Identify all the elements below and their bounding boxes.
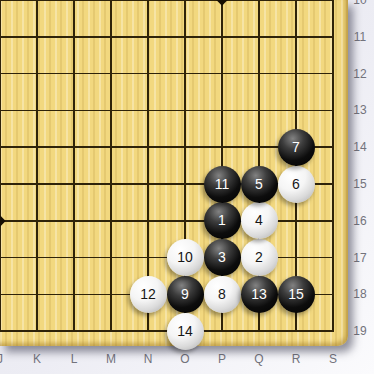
stone-white-2[interactable]: 2 [241,239,278,276]
move-number: 3 [218,249,226,265]
row-label-19: 19 [348,324,372,338]
move-number: 6 [292,176,300,192]
stone-black-7[interactable]: 7 [278,129,315,166]
stone-black-3[interactable]: 3 [204,239,241,276]
row-label-14: 14 [348,140,372,154]
row-label-17: 17 [348,251,372,265]
row-label-12: 12 [348,67,372,81]
star-point-P10 [216,0,227,6]
move-number: 7 [292,139,300,155]
move-number: 1 [218,212,226,228]
move-number: 4 [255,212,263,228]
move-number: 2 [255,249,263,265]
column-label-S: S [321,352,345,366]
stone-white-8[interactable]: 8 [204,276,241,313]
row-label-11: 11 [348,30,372,44]
move-number: 10 [177,249,193,265]
row-label-10: 10 [348,0,372,7]
go-diagram-frame: 10111213141516171819 JKLMNOPQRS 12345678… [0,0,374,374]
grid-line-row-12 [0,73,334,75]
row-label-15: 15 [348,177,372,191]
row-label-16: 16 [348,214,372,228]
stone-white-14[interactable]: 14 [167,313,204,350]
stone-white-6[interactable]: 6 [278,166,315,203]
move-number: 12 [140,286,156,302]
grid-line-row-10 [0,0,334,1]
grid-line-col-K [36,0,38,332]
stone-white-10[interactable]: 10 [167,239,204,276]
column-label-P: P [210,352,234,366]
stone-black-9[interactable]: 9 [167,276,204,313]
move-number: 13 [251,286,267,302]
grid-line-row-16 [0,220,334,222]
stone-black-5[interactable]: 5 [241,166,278,203]
column-label-K: K [25,352,49,366]
column-label-L: L [62,352,86,366]
move-number: 15 [288,286,304,302]
grid-line-row-13 [0,110,334,112]
stone-black-11[interactable]: 11 [204,166,241,203]
grid-line-row-11 [0,36,334,38]
go-board[interactable]: 123456789101112131415 [0,0,348,346]
row-label-13: 13 [348,103,372,117]
move-number: 5 [255,176,263,192]
stone-white-12[interactable]: 12 [130,276,167,313]
grid-line-col-L [73,0,75,332]
move-number: 14 [177,323,193,339]
column-label-Q: Q [247,352,271,366]
column-label-R: R [284,352,308,366]
column-label-M: M [99,352,123,366]
stone-black-15[interactable]: 15 [278,276,315,313]
stone-white-4[interactable]: 4 [241,202,278,239]
row-label-18: 18 [348,287,372,301]
star-point-J16 [0,215,6,226]
move-number: 8 [218,286,226,302]
stone-black-1[interactable]: 1 [204,202,241,239]
grid-line-col-S [332,0,334,332]
move-number: 9 [181,286,189,302]
grid-line-col-J [0,0,1,332]
grid-line-col-M [110,0,112,332]
stone-black-13[interactable]: 13 [241,276,278,313]
move-number: 11 [215,176,230,192]
column-label-J: J [0,352,12,366]
column-label-N: N [136,352,160,366]
column-label-O: O [173,352,197,366]
